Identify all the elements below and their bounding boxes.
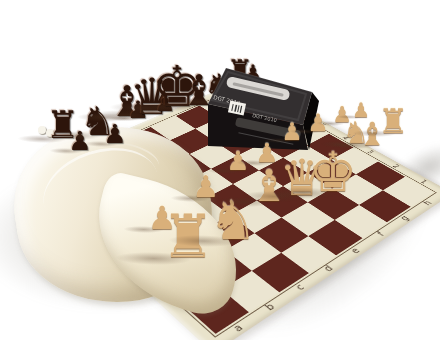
chess-set-product-photo: abcdefgh 12345678 DGT 2010 DGT 2010 ♜♟♞♟… [0, 0, 440, 340]
rank-label-4: 4 [332, 131, 357, 145]
rank-label-5: 5 [309, 119, 334, 132]
piece-dark-bishop: ♝ [108, 81, 146, 123]
rank-label-2: 2 [383, 159, 409, 174]
piece-dark-rook: ♜ [46, 106, 80, 144]
drawstring-cord [36, 122, 66, 140]
piece-white-pawn: ♟ [352, 100, 370, 120]
board-grid [39, 86, 433, 334]
board-border: abcdefgh 12345678 [20, 78, 440, 340]
piece-white-pawn: ♟ [332, 104, 352, 126]
rank-label-3: 3 [357, 145, 383, 159]
piece-white-rook: ♜ [378, 104, 408, 138]
chessboard: abcdefgh 12345678 [20, 78, 440, 340]
rank-label-7: 7 [266, 95, 291, 107]
rank-label-6: 6 [287, 107, 312, 119]
piece-dark-pawn: ♟ [127, 98, 149, 122]
